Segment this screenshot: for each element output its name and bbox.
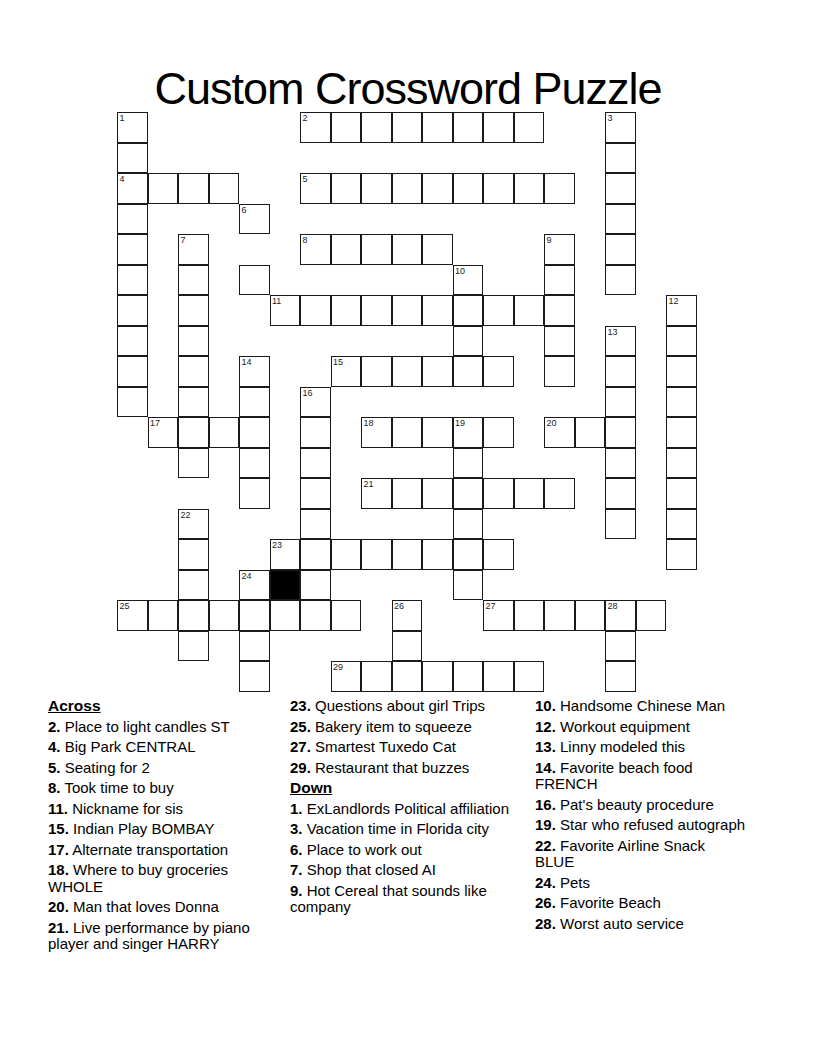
clue-num: 3.: [290, 820, 303, 837]
clue-across-2: 2. Place to light candles ST: [48, 719, 270, 736]
grid-cell-2-10[interactable]: [178, 417, 209, 448]
grid-cell-13-16[interactable]: [514, 600, 545, 631]
clue-number-24: 24: [242, 571, 252, 581]
clue-down-10: 10. Handsome Chinese Man: [535, 698, 747, 715]
grid-cell-7-0[interactable]: [331, 112, 362, 143]
grid-cell-2-16[interactable]: [178, 600, 209, 631]
grid-cell-1-2[interactable]: [148, 173, 179, 204]
clue-num: 14.: [535, 759, 556, 776]
grid-cell-8-18[interactable]: [361, 661, 392, 692]
clue-num: 17.: [48, 841, 69, 858]
grid-cell-16-2[interactable]: [605, 173, 636, 204]
grid-cell-11-11[interactable]: [453, 448, 484, 479]
clue-num: 25.: [290, 718, 311, 735]
grid-cell-12-10[interactable]: [483, 417, 514, 448]
clue-across-21: 21. Live performance by piano player and…: [48, 920, 270, 953]
grid-cell-0-8[interactable]: [117, 356, 148, 387]
clue-down-16: 16. Pat's beauty procedure: [535, 797, 747, 814]
crossword-grid: 1234567891011121314151617181920212223242…: [117, 112, 698, 693]
grid-cell-0-1[interactable]: [117, 143, 148, 174]
clue-number-6: 6: [242, 205, 247, 215]
clue-num: 2.: [48, 718, 61, 735]
clue-across-20: 20. Man that loves Donna: [48, 899, 270, 916]
grid-cell-4-17[interactable]: [239, 631, 270, 662]
grid-cell-10-10[interactable]: [422, 417, 453, 448]
clue-num: 15.: [48, 820, 69, 837]
grid-cell-0-3[interactable]: [117, 204, 148, 235]
grid-cell-16-16[interactable]: 28: [605, 600, 636, 631]
grid-cell-14-7[interactable]: [544, 326, 575, 357]
page-title: Custom Crossword Puzzle: [0, 63, 816, 115]
clue-down-19: 19. Star who refused autograph: [535, 817, 747, 834]
grid-cell-0-0[interactable]: 1: [117, 112, 148, 143]
grid-cell-18-8[interactable]: [666, 356, 697, 387]
clue-num: 18.: [48, 861, 69, 878]
down-header: Down: [290, 780, 518, 797]
grid-cell-14-16[interactable]: [544, 600, 575, 631]
clue-number-27: 27: [486, 601, 496, 611]
clue-num: 28.: [535, 915, 556, 932]
grid-cell-16-10[interactable]: [605, 417, 636, 448]
clue-down-22: 22. Favorite Airline Snack BLUE: [535, 838, 747, 871]
grid-cell-11-6[interactable]: [453, 295, 484, 326]
grid-cell-18-10[interactable]: [666, 417, 697, 448]
grid-cell-16-18[interactable]: [605, 661, 636, 692]
clue-across-23: 23. Questions about girl Trips: [290, 698, 518, 715]
grid-cell-6-12[interactable]: [300, 478, 331, 509]
grid-cell-16-1[interactable]: [605, 143, 636, 174]
grid-cell-11-10[interactable]: 19: [453, 417, 484, 448]
grid-cell-10-6[interactable]: [422, 295, 453, 326]
grid-cell-13-18[interactable]: [514, 661, 545, 692]
clue-down-13: 13. Linny modeled this: [535, 739, 747, 756]
clue-number-14: 14: [242, 357, 252, 367]
clue-across-4: 4. Big Park CENTRAL: [48, 739, 270, 756]
clue-num: 11.: [48, 800, 68, 817]
grid-cell-9-10[interactable]: [392, 417, 423, 448]
clue-number-28: 28: [608, 601, 618, 611]
clue-across-5: 5. Seating for 2: [48, 760, 270, 777]
grid-cell-5-14[interactable]: 23: [270, 539, 301, 570]
clue-num: 4.: [48, 738, 61, 755]
clue-across-25: 25. Bakery item to squeeze: [290, 719, 518, 736]
grid-cell-3-10[interactable]: [209, 417, 240, 448]
crossword-page: Custom Crossword Puzzle 1234567891011121…: [0, 0, 816, 1056]
grid-cell-2-8[interactable]: [178, 356, 209, 387]
grid-cell-6-2[interactable]: 5: [300, 173, 331, 204]
grid-cell-16-11[interactable]: [605, 448, 636, 479]
across-header: Across: [48, 698, 270, 715]
grid-cell-18-9[interactable]: [666, 387, 697, 418]
grid-cell-16-5[interactable]: [605, 265, 636, 296]
grid-cell-9-18[interactable]: [392, 661, 423, 692]
clue-num: 19.: [535, 816, 556, 833]
grid-cell-12-12[interactable]: [483, 478, 514, 509]
grid-cell-4-15[interactable]: 24: [239, 570, 270, 601]
clue-number-29: 29: [333, 662, 343, 672]
grid-cell-0-7[interactable]: [117, 326, 148, 357]
clue-num: 22.: [535, 837, 556, 854]
grid-cell-16-13[interactable]: [605, 509, 636, 540]
grid-cell-11-15[interactable]: [453, 570, 484, 601]
grid-cell-1-16[interactable]: [148, 600, 179, 631]
grid-cell-8-12[interactable]: 21: [361, 478, 392, 509]
clue-number-8: 8: [303, 235, 308, 245]
clue-number-19: 19: [455, 418, 465, 428]
clue-number-3: 3: [608, 113, 613, 123]
grid-cell-16-8[interactable]: [605, 356, 636, 387]
clue-num: 23.: [290, 697, 311, 714]
grid-cell-3-2[interactable]: [209, 173, 240, 204]
clue-number-20: 20: [547, 418, 557, 428]
grid-cell-10-0[interactable]: [422, 112, 453, 143]
grid-cell-9-6[interactable]: [392, 295, 423, 326]
grid-cell-5-16[interactable]: [270, 600, 301, 631]
clue-number-11: 11: [272, 296, 281, 306]
grid-cell-5-6[interactable]: 11: [270, 295, 301, 326]
grid-cell-2-6[interactable]: [178, 295, 209, 326]
clue-num: 20.: [48, 898, 69, 915]
clue-number-4: 4: [120, 174, 125, 184]
grid-cell-7-4[interactable]: [331, 234, 362, 265]
grid-cell-4-10[interactable]: [239, 417, 270, 448]
clue-number-1: 1: [120, 113, 125, 123]
grid-cell-12-18[interactable]: [483, 661, 514, 692]
grid-cell-10-8[interactable]: [422, 356, 453, 387]
grid-cell-6-6[interactable]: [300, 295, 331, 326]
grid-cell-9-2[interactable]: [392, 173, 423, 204]
grid-cell-16-7[interactable]: 13: [605, 326, 636, 357]
clue-num: 10.: [535, 697, 556, 714]
grid-cell-12-6[interactable]: [483, 295, 514, 326]
grid-cell-9-14[interactable]: [392, 539, 423, 570]
grid-cell-14-2[interactable]: [544, 173, 575, 204]
grid-cell-14-6[interactable]: [544, 295, 575, 326]
grid-cell-9-12[interactable]: [392, 478, 423, 509]
clue-across-18: 18. Where to buy groceries WHOLE: [48, 862, 270, 895]
clue-down-24: 24. Pets: [535, 875, 747, 892]
grid-cell-13-6[interactable]: [514, 295, 545, 326]
clue-num: 7.: [290, 861, 303, 878]
grid-cell-4-18[interactable]: [239, 661, 270, 692]
clue-num: 27.: [290, 738, 311, 755]
clue-number-10: 10: [455, 266, 465, 276]
grid-cell-2-4[interactable]: 7: [178, 234, 209, 265]
grid-cell-12-14[interactable]: [483, 539, 514, 570]
clue-across-17: 17. Alternate transportation: [48, 842, 270, 859]
grid-cell-7-14[interactable]: [331, 539, 362, 570]
grid-cell-8-2[interactable]: [361, 173, 392, 204]
grid-cell-14-8[interactable]: [544, 356, 575, 387]
grid-cell-6-9[interactable]: 16: [300, 387, 331, 418]
grid-cell-18-7[interactable]: [666, 326, 697, 357]
grid-cell-18-6[interactable]: 12: [666, 295, 697, 326]
clue-number-2: 2: [303, 113, 308, 123]
clue-down-7: 7. Shop that closed AI: [290, 862, 518, 879]
grid-cell-11-12[interactable]: [453, 478, 484, 509]
grid-cell-6-15[interactable]: [300, 570, 331, 601]
grid-cell-16-9[interactable]: [605, 387, 636, 418]
clue-number-23: 23: [272, 540, 282, 550]
clue-num: 29.: [290, 759, 311, 776]
clue-num: 26.: [535, 894, 556, 911]
grid-cell-11-2[interactable]: [453, 173, 484, 204]
grid-cell-2-14[interactable]: [178, 539, 209, 570]
grid-cell-8-14[interactable]: [361, 539, 392, 570]
grid-cell-0-4[interactable]: [117, 234, 148, 265]
grid-cell-0-16[interactable]: 25: [117, 600, 148, 631]
grid-cell-11-7[interactable]: [453, 326, 484, 357]
clue-across-29: 29. Restaurant that buzzes: [290, 760, 518, 777]
grid-cell-18-12[interactable]: [666, 478, 697, 509]
grid-cell-2-11[interactable]: [178, 448, 209, 479]
grid-cell-10-18[interactable]: [422, 661, 453, 692]
grid-cell-8-0[interactable]: [361, 112, 392, 143]
clue-across-8: 8. Took time to buy: [48, 780, 270, 797]
grid-cell-4-5[interactable]: [239, 265, 270, 296]
grid-cell-4-11[interactable]: [239, 448, 270, 479]
grid-cell-4-9[interactable]: [239, 387, 270, 418]
grid-cell-6-16[interactable]: [300, 600, 331, 631]
clue-down-3: 3. Vacation time in Florida city: [290, 821, 518, 838]
clue-number-15: 15: [333, 357, 343, 367]
grid-cell-8-10[interactable]: 18: [361, 417, 392, 448]
grid-cell-12-8[interactable]: [483, 356, 514, 387]
grid-cell-12-0[interactable]: [483, 112, 514, 143]
grid-cell-14-4[interactable]: 9: [544, 234, 575, 265]
grid-cell-16-17[interactable]: [605, 631, 636, 662]
clue-number-22: 22: [181, 510, 191, 520]
grid-cell-4-16[interactable]: [239, 600, 270, 631]
clue-column-2: 23. Questions about girl Trips25. Bakery…: [290, 698, 518, 920]
clue-column-1: Across2. Place to light candles ST4. Big…: [48, 698, 270, 957]
grid-cell-14-10[interactable]: 20: [544, 417, 575, 448]
grid-cell-11-5[interactable]: 10: [453, 265, 484, 296]
clue-down-14: 14. Favorite beach food FRENCH: [535, 760, 747, 793]
grid-cell-18-13[interactable]: [666, 509, 697, 540]
clue-number-18: 18: [364, 418, 374, 428]
grid-cell-8-8[interactable]: [361, 356, 392, 387]
clue-number-5: 5: [303, 174, 308, 184]
clue-num: 13.: [535, 738, 556, 755]
clue-num: 5.: [48, 759, 61, 776]
grid-cell-11-14[interactable]: [453, 539, 484, 570]
clue-number-9: 9: [547, 235, 552, 245]
grid-cell-18-14[interactable]: [666, 539, 697, 570]
clue-num: 12.: [535, 718, 556, 735]
grid-cell-7-18[interactable]: 29: [331, 661, 362, 692]
grid-cell-8-4[interactable]: [361, 234, 392, 265]
grid-cell-6-13[interactable]: [300, 509, 331, 540]
grid-cell-18-11[interactable]: [666, 448, 697, 479]
grid-cell-9-16[interactable]: 26: [392, 600, 423, 631]
grid-cell-12-16[interactable]: 27: [483, 600, 514, 631]
grid-cell-11-8[interactable]: [453, 356, 484, 387]
grid-cell-2-15[interactable]: [178, 570, 209, 601]
black-cell-5-15: [270, 570, 301, 601]
grid-cell-4-12[interactable]: [239, 478, 270, 509]
grid-cell-15-10[interactable]: [575, 417, 606, 448]
clue-number-17: 17: [150, 418, 160, 428]
clue-number-7: 7: [181, 235, 186, 245]
grid-cell-16-0[interactable]: 3: [605, 112, 636, 143]
clue-column-3: 10. Handsome Chinese Man12. Workout equi…: [535, 698, 747, 936]
grid-cell-0-5[interactable]: [117, 265, 148, 296]
grid-cell-6-11[interactable]: [300, 448, 331, 479]
clue-down-26: 26. Favorite Beach: [535, 895, 747, 912]
grid-cell-7-2[interactable]: [331, 173, 362, 204]
grid-cell-10-4[interactable]: [422, 234, 453, 265]
grid-cell-13-0[interactable]: [514, 112, 545, 143]
clue-number-26: 26: [394, 601, 404, 611]
grid-cell-2-17[interactable]: [178, 631, 209, 662]
grid-cell-16-3[interactable]: [605, 204, 636, 235]
clue-number-13: 13: [608, 327, 618, 337]
clue-number-25: 25: [120, 601, 130, 611]
grid-cell-9-0[interactable]: [392, 112, 423, 143]
grid-cell-17-16[interactable]: [636, 600, 667, 631]
clue-down-12: 12. Workout equipment: [535, 719, 747, 736]
grid-cell-7-16[interactable]: [331, 600, 362, 631]
grid-cell-9-4[interactable]: [392, 234, 423, 265]
grid-cell-16-12[interactable]: [605, 478, 636, 509]
grid-cell-4-8[interactable]: 14: [239, 356, 270, 387]
clue-down-9: 9. Hot Cereal that sounds like company: [290, 883, 518, 916]
grid-cell-6-14[interactable]: [300, 539, 331, 570]
grid-cell-9-8[interactable]: [392, 356, 423, 387]
grid-cell-14-12[interactable]: [544, 478, 575, 509]
grid-cell-6-4[interactable]: 8: [300, 234, 331, 265]
clue-across-15: 15. Indian Play BOMBAY: [48, 821, 270, 838]
grid-cell-11-18[interactable]: [453, 661, 484, 692]
grid-cell-2-7[interactable]: [178, 326, 209, 357]
grid-cell-15-16[interactable]: [575, 600, 606, 631]
clue-down-6: 6. Place to work out: [290, 842, 518, 859]
grid-cell-2-9[interactable]: [178, 387, 209, 418]
grid-cell-10-12[interactable]: [422, 478, 453, 509]
grid-cell-7-6[interactable]: [331, 295, 362, 326]
clue-num: 24.: [535, 874, 556, 891]
grid-cell-0-6[interactable]: [117, 295, 148, 326]
grid-cell-8-6[interactable]: [361, 295, 392, 326]
clue-across-27: 27. Smartest Tuxedo Cat: [290, 739, 518, 756]
grid-cell-13-2[interactable]: [514, 173, 545, 204]
grid-cell-4-3[interactable]: 6: [239, 204, 270, 235]
grid-cell-9-17[interactable]: [392, 631, 423, 662]
grid-cell-3-16[interactable]: [209, 600, 240, 631]
grid-cell-0-9[interactable]: [117, 387, 148, 418]
clue-num: 8.: [48, 779, 61, 796]
grid-cell-10-2[interactable]: [422, 173, 453, 204]
clue-down-28: 28. Worst auto service: [535, 916, 747, 933]
clue-num: 1.: [290, 800, 303, 817]
grid-cell-16-4[interactable]: [605, 234, 636, 265]
clue-down-1: 1. ExLandlords Political affiliation: [290, 801, 518, 818]
clue-number-12: 12: [669, 296, 679, 306]
grid-cell-12-2[interactable]: [483, 173, 514, 204]
clue-num: 6.: [290, 841, 303, 858]
grid-cell-11-0[interactable]: [453, 112, 484, 143]
grid-cell-1-10[interactable]: 17: [148, 417, 179, 448]
grid-cell-11-13[interactable]: [453, 509, 484, 540]
grid-cell-10-14[interactable]: [422, 539, 453, 570]
grid-cell-7-8[interactable]: 15: [331, 356, 362, 387]
clue-num: 9.: [290, 882, 303, 899]
grid-cell-0-2[interactable]: 4: [117, 173, 148, 204]
grid-cell-6-0[interactable]: 2: [300, 112, 331, 143]
clue-num: 16.: [535, 796, 556, 813]
grid-cell-14-5[interactable]: [544, 265, 575, 296]
clue-across-11: 11. Nickname for sis: [48, 801, 270, 818]
clue-num: 21.: [48, 919, 69, 936]
clue-number-21: 21: [364, 479, 374, 489]
grid-cell-2-13[interactable]: 22: [178, 509, 209, 540]
grid-cell-2-5[interactable]: [178, 265, 209, 296]
grid-cell-6-10[interactable]: [300, 417, 331, 448]
grid-cell-13-12[interactable]: [514, 478, 545, 509]
clue-number-16: 16: [303, 388, 313, 398]
grid-cell-2-2[interactable]: [178, 173, 209, 204]
